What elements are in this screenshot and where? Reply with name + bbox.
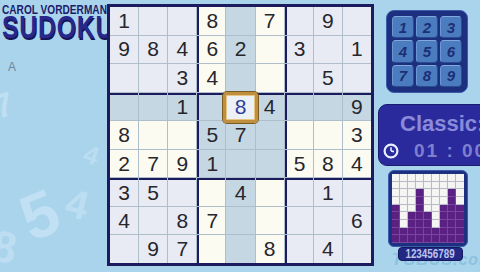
decorative-digit: 7 — [0, 84, 18, 127]
histogram-bar-cell — [392, 228, 400, 236]
cell-r3c6[interactable] — [256, 64, 284, 92]
cell-value: 4 — [351, 152, 363, 176]
cell-value: 5 — [207, 123, 219, 147]
cell-r5c8[interactable] — [314, 121, 342, 149]
histogram-empty-cell — [392, 197, 400, 205]
histogram-empty-cell — [432, 182, 440, 190]
histogram-bar-cell — [416, 212, 424, 220]
cell-r9c1[interactable] — [110, 235, 138, 263]
cell-value: 6 — [351, 209, 363, 233]
histogram-empty-cell — [408, 182, 416, 190]
histogram-empty-cell — [400, 220, 408, 228]
keypad-key-3[interactable]: 3 — [440, 16, 462, 38]
histogram-empty-cell — [416, 174, 424, 182]
cell-r3c9[interactable] — [343, 64, 371, 92]
cell-r2c9[interactable]: 1 — [343, 36, 371, 64]
cell-r2c2[interactable]: 8 — [139, 36, 167, 64]
histogram-empty-cell — [400, 174, 408, 182]
cell-r3c2[interactable] — [139, 64, 167, 92]
histogram-bar-cell — [440, 212, 448, 220]
histogram-bar-cell — [440, 228, 448, 236]
grade-letter: A — [8, 60, 16, 74]
cell-r5c5[interactable]: 7 — [226, 121, 254, 149]
cell-r9c5[interactable] — [226, 235, 254, 263]
cell-r1c1[interactable]: 1 — [110, 7, 138, 35]
mode-label: Classic: — [400, 111, 480, 137]
histogram-empty-cell — [432, 197, 440, 205]
cell-value: 9 — [351, 95, 363, 119]
keypad-key-6[interactable]: 6 — [440, 40, 462, 62]
cell-r9c9[interactable] — [343, 235, 371, 263]
histogram-empty-cell — [440, 189, 448, 197]
cell-r1c7[interactable] — [285, 7, 313, 35]
cell-r6c6[interactable] — [256, 150, 284, 178]
cell-value: 8 — [176, 209, 188, 233]
cell-r7c2[interactable]: 5 — [139, 178, 167, 206]
histogram-empty-cell — [440, 174, 448, 182]
histogram-bar-cell — [408, 235, 416, 243]
timer-value: 01 : 00 — [414, 140, 480, 162]
cell-r4c2[interactable] — [139, 93, 167, 121]
cell-r4c6[interactable]: 4 — [256, 93, 284, 121]
cell-r2c7[interactable]: 3 — [285, 36, 313, 64]
cell-value: 3 — [294, 37, 306, 61]
histogram-empty-cell — [408, 189, 416, 197]
histogram-bar-cell — [456, 205, 464, 213]
cell-r4c5[interactable]: 8 — [226, 93, 254, 121]
cell-value: 5 — [294, 152, 306, 176]
cell-r4c8[interactable] — [314, 93, 342, 121]
histogram-bar-cell — [392, 212, 400, 220]
cell-r7c3[interactable] — [168, 178, 196, 206]
histogram-bar-cell — [456, 212, 464, 220]
cell-r6c3[interactable]: 9 — [168, 150, 196, 178]
cell-value: 8 — [235, 95, 247, 119]
cell-r1c4[interactable]: 8 — [197, 7, 225, 35]
cell-r7c5[interactable]: 4 — [226, 178, 254, 206]
logo-title: SUDOKU — [2, 14, 88, 43]
histogram-empty-cell — [400, 212, 408, 220]
histogram-empty-cell — [448, 174, 456, 182]
digit-histogram-panel — [388, 170, 468, 247]
histogram-bar-cell — [416, 205, 424, 213]
cell-r4c9[interactable]: 9 — [343, 93, 371, 121]
cell-r8c8[interactable] — [314, 207, 342, 235]
cell-value: 4 — [322, 237, 334, 261]
histogram-bar-cell — [448, 212, 456, 220]
histogram-bar-cell — [408, 220, 416, 228]
mode-panel: Classic: 01 : 00 — [378, 104, 480, 166]
histogram-bar-cell — [400, 228, 408, 236]
cell-r6c7[interactable]: 5 — [285, 150, 313, 178]
histogram-bar-cell — [456, 235, 464, 243]
cell-r1c3[interactable] — [168, 7, 196, 35]
cell-r7c1[interactable]: 3 — [110, 178, 138, 206]
keypad-key-2[interactable]: 2 — [416, 16, 438, 38]
histogram-empty-cell — [400, 182, 408, 190]
cell-r8c5[interactable] — [226, 207, 254, 235]
cell-r7c8[interactable]: 1 — [314, 178, 342, 206]
decorative-digit: 4 — [79, 138, 103, 172]
cell-r7c4[interactable] — [197, 178, 225, 206]
cell-r2c4[interactable]: 6 — [197, 36, 225, 64]
cell-r8c1[interactable]: 4 — [110, 207, 138, 235]
histogram-empty-cell — [432, 174, 440, 182]
keypad-key-1[interactable]: 1 — [392, 16, 414, 38]
cell-r6c8[interactable]: 8 — [314, 150, 342, 178]
clock-icon — [383, 143, 399, 159]
cell-value: 9 — [322, 9, 334, 33]
histogram-empty-cell — [400, 197, 408, 205]
cell-r2c5[interactable]: 2 — [226, 36, 254, 64]
histogram-empty-cell — [432, 220, 440, 228]
cell-r4c1[interactable] — [110, 93, 138, 121]
cell-r4c3[interactable]: 1 — [168, 93, 196, 121]
cell-value: 7 — [235, 123, 247, 147]
cell-r9c8[interactable]: 4 — [314, 235, 342, 263]
cell-value: 4 — [176, 37, 188, 61]
keypad-key-4[interactable]: 4 — [392, 40, 414, 62]
cell-r8c9[interactable]: 6 — [343, 207, 371, 235]
cell-value: 7 — [176, 237, 188, 261]
cell-r9c3[interactable]: 7 — [168, 235, 196, 263]
histogram-empty-cell — [408, 205, 416, 213]
cell-value: 3 — [118, 181, 130, 205]
histogram-bar-cell — [400, 235, 408, 243]
cell-value: 8 — [322, 152, 334, 176]
histogram-empty-cell — [424, 197, 432, 205]
cell-r5c1[interactable]: 8 — [110, 121, 138, 149]
histogram-bar-cell — [456, 220, 464, 228]
cell-r1c6[interactable]: 7 — [256, 7, 284, 35]
cell-value: 4 — [264, 95, 276, 119]
cell-r3c7[interactable] — [285, 64, 313, 92]
cell-r9c2[interactable]: 9 — [139, 235, 167, 263]
histogram-bar-cell — [424, 235, 432, 243]
histogram-empty-cell — [440, 182, 448, 190]
histogram-empty-cell — [400, 205, 408, 213]
histogram-bar-cell — [416, 235, 424, 243]
cell-r1c9[interactable] — [343, 7, 371, 35]
cell-r6c1[interactable]: 2 — [110, 150, 138, 178]
histogram-empty-cell — [416, 182, 424, 190]
cell-r7c9[interactable] — [343, 178, 371, 206]
cell-r6c2[interactable]: 7 — [139, 150, 167, 178]
histogram-empty-cell — [424, 174, 432, 182]
cell-value: 8 — [207, 9, 219, 33]
cell-value: 4 — [207, 66, 219, 90]
cell-r2c8[interactable] — [314, 36, 342, 64]
histogram-empty-cell — [432, 205, 440, 213]
histogram-bar-cell — [424, 228, 432, 236]
cell-r2c6[interactable] — [256, 36, 284, 64]
histogram-empty-cell — [448, 182, 456, 190]
histogram-bar-cell — [448, 220, 456, 228]
cell-r7c6[interactable] — [256, 178, 284, 206]
cell-value: 9 — [147, 237, 159, 261]
histogram-bar-cell — [448, 235, 456, 243]
histogram-bar-cell — [448, 228, 456, 236]
histogram-empty-cell — [432, 212, 440, 220]
histogram-bar-cell — [448, 197, 456, 205]
cell-r5c9[interactable]: 3 — [343, 121, 371, 149]
cell-value: 7 — [147, 152, 159, 176]
keypad-key-5[interactable]: 5 — [416, 40, 438, 62]
histogram-bar-cell — [424, 220, 432, 228]
histogram-bar-cell — [408, 212, 416, 220]
cell-value: 2 — [118, 152, 130, 176]
number-keypad: 123456789 — [386, 10, 468, 93]
cell-value: 6 — [207, 37, 219, 61]
cell-r5c6[interactable] — [256, 121, 284, 149]
cell-r8c3[interactable]: 8 — [168, 207, 196, 235]
histogram-bar-cell — [416, 197, 424, 205]
cell-value: 8 — [147, 37, 159, 61]
cell-value: 1 — [351, 37, 363, 61]
histogram-empty-cell — [440, 197, 448, 205]
cell-value: 1 — [176, 95, 188, 119]
cell-r9c4[interactable] — [197, 235, 225, 263]
cell-r4c7[interactable] — [285, 93, 313, 121]
histogram-bar-cell — [408, 228, 416, 236]
digit-legend-bar: 123456789 — [398, 247, 463, 261]
cell-value: 2 — [235, 37, 247, 61]
decorative-digit: 5 — [9, 174, 70, 256]
histogram-bar-cell — [416, 189, 424, 197]
cell-r7c7[interactable] — [285, 178, 313, 206]
cell-r1c2[interactable] — [139, 7, 167, 35]
histogram-empty-cell — [392, 182, 400, 190]
cell-r9c6[interactable]: 8 — [256, 235, 284, 263]
histogram-empty-cell — [424, 182, 432, 190]
histogram-empty-cell — [392, 189, 400, 197]
cell-value: 1 — [207, 152, 219, 176]
cell-value: 5 — [322, 66, 334, 90]
histogram-bar-cell — [432, 228, 440, 236]
cell-value: 4 — [118, 209, 130, 233]
cell-r9c7[interactable] — [285, 235, 313, 263]
cell-r1c8[interactable]: 9 — [314, 7, 342, 35]
keypad-key-7[interactable]: 7 — [392, 65, 414, 87]
histogram-bar-cell — [440, 205, 448, 213]
cell-r4c4[interactable] — [197, 93, 225, 121]
cell-r3c5[interactable] — [226, 64, 254, 92]
cell-r3c1[interactable] — [110, 64, 138, 92]
histogram-bar-cell — [416, 220, 424, 228]
histogram-bar-cell — [448, 189, 456, 197]
histogram-bar-cell — [424, 212, 432, 220]
cell-value: 4 — [235, 181, 247, 205]
cell-r3c8[interactable]: 5 — [314, 64, 342, 92]
cell-r5c2[interactable] — [139, 121, 167, 149]
histogram-bar-cell — [392, 205, 400, 213]
keypad-key-8[interactable]: 8 — [416, 65, 438, 87]
cell-value: 9 — [176, 152, 188, 176]
cell-value: 8 — [118, 123, 130, 147]
digit-legend-text: 123456789 — [406, 247, 455, 261]
histogram-bar-cell — [392, 220, 400, 228]
histogram-bar-cell — [440, 220, 448, 228]
histogram-bar-cell — [456, 228, 464, 236]
histogram-empty-cell — [408, 174, 416, 182]
cell-value: 7 — [264, 9, 276, 33]
histogram-empty-cell — [424, 205, 432, 213]
keypad-key-9[interactable]: 9 — [440, 65, 462, 87]
cell-value: 3 — [176, 66, 188, 90]
sudoku-board: 1879984623134518498573279158435414876978… — [107, 4, 374, 266]
histogram-empty-cell — [456, 174, 464, 182]
cell-r5c7[interactable] — [285, 121, 313, 149]
cell-r6c4[interactable]: 1 — [197, 150, 225, 178]
histogram-bar-cell — [432, 235, 440, 243]
histogram-bar-cell — [416, 228, 424, 236]
decorative-digit: 4 — [61, 180, 93, 229]
histogram-bar-cell — [448, 205, 456, 213]
cell-value: 1 — [322, 181, 334, 205]
histogram-empty-cell — [456, 182, 464, 190]
cell-r5c3[interactable] — [168, 121, 196, 149]
histogram-empty-cell — [392, 174, 400, 182]
game-screen: 7 5 4 8 4 CAROL VORDERMAN'S SUDOKU A 187… — [0, 0, 480, 272]
cell-r3c3[interactable]: 3 — [168, 64, 196, 92]
cell-r8c2[interactable] — [139, 207, 167, 235]
cell-r8c6[interactable] — [256, 207, 284, 235]
histogram-empty-cell — [424, 189, 432, 197]
cell-r8c4[interactable]: 7 — [197, 207, 225, 235]
cell-value: 1 — [118, 9, 130, 33]
game-logo: CAROL VORDERMAN'S SUDOKU — [2, 2, 110, 43]
cell-r8c7[interactable] — [285, 207, 313, 235]
cell-r6c5[interactable] — [226, 150, 254, 178]
cell-value: 5 — [147, 181, 159, 205]
histogram-empty-cell — [432, 189, 440, 197]
digit-histogram-grid — [392, 174, 464, 243]
histogram-empty-cell — [408, 197, 416, 205]
histogram-bar-cell — [392, 235, 400, 243]
cell-r2c1[interactable]: 9 — [110, 36, 138, 64]
cell-value: 7 — [207, 209, 219, 233]
cell-r5c4[interactable]: 5 — [197, 121, 225, 149]
cell-value: 8 — [264, 237, 276, 261]
cell-r2c3[interactable]: 4 — [168, 36, 196, 64]
histogram-empty-cell — [456, 189, 464, 197]
cell-r1c5[interactable] — [226, 7, 254, 35]
histogram-empty-cell — [400, 189, 408, 197]
decorative-digit: 8 — [0, 220, 21, 272]
histogram-empty-cell — [456, 197, 464, 205]
cell-r3c4[interactable]: 4 — [197, 64, 225, 92]
histogram-bar-cell — [440, 235, 448, 243]
cell-value: 9 — [118, 37, 130, 61]
cell-value: 3 — [351, 123, 363, 147]
cell-r6c9[interactable]: 4 — [343, 150, 371, 178]
